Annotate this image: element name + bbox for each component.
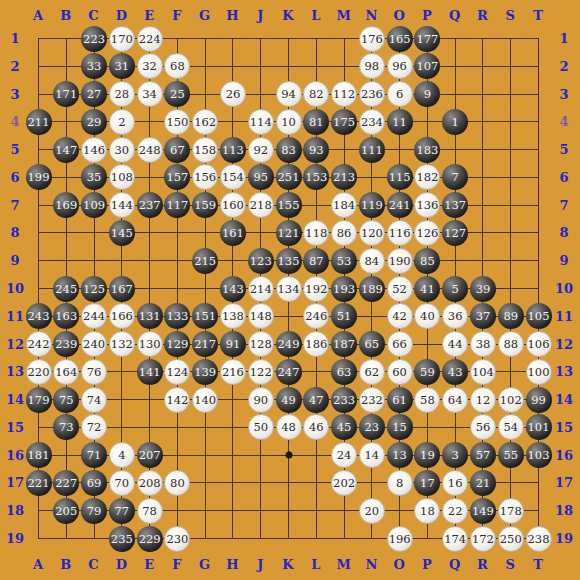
stone-p7: 136 <box>414 192 440 218</box>
stone-q18: 22 <box>442 498 468 524</box>
stone-o7: 241 <box>387 192 413 218</box>
stone-m17: 202 <box>331 470 357 496</box>
stone-e12: 130 <box>137 331 163 357</box>
stone-p6: 182 <box>414 164 440 190</box>
stone-g12: 217 <box>192 331 218 357</box>
stone-o6: 115 <box>387 164 413 190</box>
stone-t13: 100 <box>526 359 552 385</box>
stone-s19: 250 <box>498 526 524 552</box>
stone-j14: 90 <box>248 387 274 413</box>
stone-e2: 32 <box>137 53 163 79</box>
stone-n3: 236 <box>359 81 385 107</box>
stone-c15: 72 <box>81 414 107 440</box>
stone-h7: 160 <box>220 192 246 218</box>
stone-p18: 18 <box>414 498 440 524</box>
coord-label-d: D <box>116 557 127 572</box>
stone-n13: 62 <box>359 359 385 385</box>
stone-k13: 247 <box>276 359 302 385</box>
stone-c5: 146 <box>81 137 107 163</box>
stone-h11: 138 <box>220 303 246 329</box>
stone-o12: 66 <box>387 331 413 357</box>
stone-o11: 42 <box>387 303 413 329</box>
stone-d2: 31 <box>109 53 135 79</box>
stone-n4: 234 <box>359 109 385 135</box>
stone-d6: 108 <box>109 164 135 190</box>
coord-label-13: 13 <box>555 364 573 379</box>
stone-p11: 40 <box>414 303 440 329</box>
stone-n10: 189 <box>359 276 385 302</box>
stone-a4: 211 <box>26 109 52 135</box>
stone-n2: 98 <box>359 53 385 79</box>
stone-l4: 81 <box>303 109 329 135</box>
stone-b18: 205 <box>53 498 79 524</box>
stone-e17: 208 <box>137 470 163 496</box>
stone-a6: 199 <box>26 164 52 190</box>
stone-g5: 158 <box>192 137 218 163</box>
coord-label-e: E <box>144 8 154 23</box>
stone-n5: 111 <box>359 137 385 163</box>
stone-k12: 249 <box>276 331 302 357</box>
coord-label-l: L <box>311 557 320 572</box>
stone-o19: 196 <box>387 526 413 552</box>
stone-c14: 74 <box>81 387 107 413</box>
stone-f4: 150 <box>164 109 190 135</box>
stone-e7: 237 <box>137 192 163 218</box>
stone-a11: 243 <box>26 303 52 329</box>
stone-e16: 207 <box>137 442 163 468</box>
stone-b5: 147 <box>53 137 79 163</box>
stone-h3: 26 <box>220 81 246 107</box>
stone-g4: 162 <box>192 109 218 135</box>
stone-m4: 175 <box>331 109 357 135</box>
stone-q7: 137 <box>442 192 468 218</box>
stone-k7: 155 <box>276 192 302 218</box>
stone-r18: 149 <box>470 498 496 524</box>
stone-g13: 139 <box>192 359 218 385</box>
coord-label-k: K <box>282 557 293 572</box>
stone-g9: 215 <box>192 248 218 274</box>
stone-h8: 161 <box>220 220 246 246</box>
stone-e11: 131 <box>137 303 163 329</box>
coord-label-o: O <box>393 8 404 23</box>
stone-f14: 142 <box>164 387 190 413</box>
stone-n18: 20 <box>359 498 385 524</box>
star-point-k16 <box>285 452 292 459</box>
stone-o2: 96 <box>387 53 413 79</box>
stone-l8: 118 <box>303 220 329 246</box>
stone-d17: 70 <box>109 470 135 496</box>
coord-label-p: P <box>422 8 432 23</box>
stone-b15: 73 <box>53 414 79 440</box>
stone-p10: 41 <box>414 276 440 302</box>
stone-t19: 238 <box>526 526 552 552</box>
stone-o1: 165 <box>387 26 413 52</box>
stone-j9: 123 <box>248 248 274 274</box>
coord-label-18: 18 <box>6 503 24 518</box>
coord-label-s: S <box>506 8 515 23</box>
stone-r16: 57 <box>470 442 496 468</box>
stone-l6: 153 <box>303 164 329 190</box>
stone-b14: 75 <box>53 387 79 413</box>
coord-label-4: 4 <box>559 114 568 129</box>
coord-label-l: L <box>311 8 320 23</box>
stone-a13: 220 <box>26 359 52 385</box>
stone-c17: 69 <box>81 470 107 496</box>
stone-a12: 242 <box>26 331 52 357</box>
stone-q8: 127 <box>442 220 468 246</box>
stone-b10: 245 <box>53 276 79 302</box>
stone-t15: 101 <box>526 414 552 440</box>
coord-label-k: K <box>282 8 293 23</box>
stone-m15: 45 <box>331 414 357 440</box>
stone-d10: 167 <box>109 276 135 302</box>
stone-m10: 193 <box>331 276 357 302</box>
coord-label-a: A <box>33 557 43 572</box>
coord-label-n: N <box>365 557 377 572</box>
stone-f2: 68 <box>164 53 190 79</box>
coord-label-6: 6 <box>559 169 568 184</box>
stone-m14: 233 <box>331 387 357 413</box>
stone-d18: 77 <box>109 498 135 524</box>
stone-f17: 80 <box>164 470 190 496</box>
coord-label-19: 19 <box>555 531 573 546</box>
coord-label-9: 9 <box>559 253 568 268</box>
coord-label-2: 2 <box>10 58 19 73</box>
coord-label-17: 17 <box>555 475 573 490</box>
coord-label-j: J <box>257 8 263 23</box>
coord-label-t: T <box>533 8 543 23</box>
stone-c1: 223 <box>81 26 107 52</box>
coord-label-7: 7 <box>10 197 19 212</box>
stone-b7: 169 <box>53 192 79 218</box>
coord-label-5: 5 <box>10 142 19 157</box>
coord-label-m: M <box>336 557 350 572</box>
stone-p1: 177 <box>414 26 440 52</box>
stone-m6: 213 <box>331 164 357 190</box>
go-board-diagram: AABBCCDDEEFFGGHHJJKKLLMMNNOOPPQQRRSSTT11… <box>0 0 580 580</box>
coord-label-15: 15 <box>555 419 573 434</box>
stone-q17: 16 <box>442 470 468 496</box>
coord-label-m: M <box>336 8 350 23</box>
stone-o15: 15 <box>387 414 413 440</box>
stone-n15: 23 <box>359 414 385 440</box>
stone-r12: 38 <box>470 331 496 357</box>
stone-e19: 229 <box>137 526 163 552</box>
stone-s14: 102 <box>498 387 524 413</box>
stone-f13: 124 <box>164 359 190 385</box>
stone-e5: 248 <box>137 137 163 163</box>
coord-label-s: S <box>506 557 515 572</box>
stone-q12: 44 <box>442 331 468 357</box>
coord-label-h: H <box>226 557 238 572</box>
stone-f3: 25 <box>164 81 190 107</box>
stone-f7: 117 <box>164 192 190 218</box>
stone-p13: 59 <box>414 359 440 385</box>
stone-f6: 157 <box>164 164 190 190</box>
stone-t11: 105 <box>526 303 552 329</box>
stone-k9: 135 <box>276 248 302 274</box>
stone-o9: 190 <box>387 248 413 274</box>
stone-o17: 8 <box>387 470 413 496</box>
coord-label-o: O <box>393 557 404 572</box>
coord-label-11: 11 <box>555 308 573 323</box>
stone-k10: 134 <box>276 276 302 302</box>
coord-label-14: 14 <box>555 392 573 407</box>
stone-e13: 141 <box>137 359 163 385</box>
stone-j11: 148 <box>248 303 274 329</box>
stone-p8: 126 <box>414 220 440 246</box>
stone-k5: 83 <box>276 137 302 163</box>
coord-label-3: 3 <box>559 86 568 101</box>
stone-r15: 56 <box>470 414 496 440</box>
stone-o13: 60 <box>387 359 413 385</box>
stone-m11: 51 <box>331 303 357 329</box>
stone-p17: 17 <box>414 470 440 496</box>
coord-label-g: G <box>199 8 210 23</box>
coord-label-r: R <box>477 8 488 23</box>
coord-label-10: 10 <box>6 281 24 296</box>
stone-l10: 192 <box>303 276 329 302</box>
coord-label-t: T <box>533 557 543 572</box>
stone-n9: 84 <box>359 248 385 274</box>
stone-o14: 61 <box>387 387 413 413</box>
stone-q11: 36 <box>442 303 468 329</box>
coord-label-c: C <box>88 557 98 572</box>
coord-label-8: 8 <box>559 225 568 240</box>
stone-l11: 246 <box>303 303 329 329</box>
stone-d16: 4 <box>109 442 135 468</box>
stone-c7: 109 <box>81 192 107 218</box>
stone-r17: 21 <box>470 470 496 496</box>
stone-o10: 52 <box>387 276 413 302</box>
coord-label-8: 8 <box>10 225 19 240</box>
coord-label-1: 1 <box>559 31 568 46</box>
coord-label-2: 2 <box>559 58 568 73</box>
stone-l15: 46 <box>303 414 329 440</box>
stone-h12: 91 <box>220 331 246 357</box>
stone-d5: 30 <box>109 137 135 163</box>
coord-label-c: C <box>88 8 98 23</box>
stone-j4: 114 <box>248 109 274 135</box>
coord-label-18: 18 <box>555 503 573 518</box>
stone-q6: 7 <box>442 164 468 190</box>
stone-n8: 120 <box>359 220 385 246</box>
stone-p5: 183 <box>414 137 440 163</box>
stone-f11: 133 <box>164 303 190 329</box>
stone-o16: 13 <box>387 442 413 468</box>
stone-n1: 176 <box>359 26 385 52</box>
stone-m9: 53 <box>331 248 357 274</box>
stone-f5: 67 <box>164 137 190 163</box>
stone-h6: 154 <box>220 164 246 190</box>
stone-l5: 93 <box>303 137 329 163</box>
stone-c4: 29 <box>81 109 107 135</box>
stone-t12: 106 <box>526 331 552 357</box>
stone-d4: 2 <box>109 109 135 135</box>
stone-a17: 221 <box>26 470 52 496</box>
stone-j10: 214 <box>248 276 274 302</box>
stone-r19: 172 <box>470 526 496 552</box>
stone-s18: 178 <box>498 498 524 524</box>
stone-m12: 187 <box>331 331 357 357</box>
coord-label-16: 16 <box>6 447 24 462</box>
coord-label-16: 16 <box>555 447 573 462</box>
stone-m13: 63 <box>331 359 357 385</box>
coord-label-g: G <box>199 557 210 572</box>
stone-d19: 235 <box>109 526 135 552</box>
coord-label-6: 6 <box>10 169 19 184</box>
stone-f19: 230 <box>164 526 190 552</box>
coord-label-1: 1 <box>10 31 19 46</box>
stone-c10: 125 <box>81 276 107 302</box>
stone-c16: 71 <box>81 442 107 468</box>
stone-d7: 144 <box>109 192 135 218</box>
stone-j13: 122 <box>248 359 274 385</box>
coord-label-12: 12 <box>555 336 573 351</box>
stone-g14: 140 <box>192 387 218 413</box>
coord-label-12: 12 <box>6 336 24 351</box>
stone-l9: 87 <box>303 248 329 274</box>
coord-label-n: N <box>365 8 377 23</box>
stone-k3: 94 <box>276 81 302 107</box>
stone-b17: 227 <box>53 470 79 496</box>
coord-label-f: F <box>172 557 181 572</box>
coord-label-19: 19 <box>6 531 24 546</box>
stone-s11: 89 <box>498 303 524 329</box>
stone-q4: 1 <box>442 109 468 135</box>
stone-k15: 48 <box>276 414 302 440</box>
stone-m8: 86 <box>331 220 357 246</box>
stone-h13: 216 <box>220 359 246 385</box>
stone-e3: 34 <box>137 81 163 107</box>
stone-b13: 164 <box>53 359 79 385</box>
stone-o4: 11 <box>387 109 413 135</box>
coord-label-f: F <box>172 8 181 23</box>
stone-j12: 128 <box>248 331 274 357</box>
stone-q19: 174 <box>442 526 468 552</box>
coord-label-17: 17 <box>6 475 24 490</box>
stone-j15: 50 <box>248 414 274 440</box>
stone-q13: 43 <box>442 359 468 385</box>
stone-k8: 121 <box>276 220 302 246</box>
coord-label-10: 10 <box>555 281 573 296</box>
stone-r10: 39 <box>470 276 496 302</box>
stone-q14: 64 <box>442 387 468 413</box>
stone-p9: 85 <box>414 248 440 274</box>
stone-a14: 179 <box>26 387 52 413</box>
coord-label-r: R <box>477 557 488 572</box>
stone-q16: 3 <box>442 442 468 468</box>
coord-label-q: Q <box>449 8 460 23</box>
stone-r11: 37 <box>470 303 496 329</box>
stone-e18: 78 <box>137 498 163 524</box>
stone-c6: 35 <box>81 164 107 190</box>
coord-label-q: Q <box>449 557 460 572</box>
coord-label-15: 15 <box>6 419 24 434</box>
stone-m3: 112 <box>331 81 357 107</box>
stone-b11: 163 <box>53 303 79 329</box>
coord-label-a: A <box>33 8 43 23</box>
stone-c12: 240 <box>81 331 107 357</box>
coord-label-j: J <box>257 557 263 572</box>
stone-o3: 6 <box>387 81 413 107</box>
coord-label-14: 14 <box>6 392 24 407</box>
stone-c2: 33 <box>81 53 107 79</box>
stone-n16: 14 <box>359 442 385 468</box>
stone-d1: 170 <box>109 26 135 52</box>
coord-label-13: 13 <box>6 364 24 379</box>
stone-p16: 19 <box>414 442 440 468</box>
stone-l12: 186 <box>303 331 329 357</box>
stone-e1: 224 <box>137 26 163 52</box>
stone-c11: 244 <box>81 303 107 329</box>
stone-t14: 99 <box>526 387 552 413</box>
stone-l14: 47 <box>303 387 329 413</box>
stone-d11: 166 <box>109 303 135 329</box>
stone-f12: 129 <box>164 331 190 357</box>
stone-n12: 65 <box>359 331 385 357</box>
stone-b12: 239 <box>53 331 79 357</box>
stone-m7: 184 <box>331 192 357 218</box>
stone-k4: 10 <box>276 109 302 135</box>
coord-label-b: B <box>60 8 71 23</box>
stone-h5: 113 <box>220 137 246 163</box>
coord-label-9: 9 <box>10 253 19 268</box>
stone-j6: 95 <box>248 164 274 190</box>
stone-r14: 12 <box>470 387 496 413</box>
stone-p14: 58 <box>414 387 440 413</box>
coord-label-11: 11 <box>6 308 24 323</box>
coord-label-4: 4 <box>10 114 19 129</box>
stone-s12: 88 <box>498 331 524 357</box>
stone-p2: 107 <box>414 53 440 79</box>
stone-p3: 9 <box>414 81 440 107</box>
stone-n7: 119 <box>359 192 385 218</box>
coord-label-h: H <box>226 8 238 23</box>
stone-g6: 156 <box>192 164 218 190</box>
stone-j7: 218 <box>248 192 274 218</box>
coord-label-p: P <box>422 557 432 572</box>
coord-label-e: E <box>144 557 154 572</box>
stone-g7: 159 <box>192 192 218 218</box>
stone-o8: 116 <box>387 220 413 246</box>
stone-h10: 143 <box>220 276 246 302</box>
stone-d12: 132 <box>109 331 135 357</box>
stone-l3: 82 <box>303 81 329 107</box>
stone-k14: 49 <box>276 387 302 413</box>
stone-a16: 181 <box>26 442 52 468</box>
stone-c13: 76 <box>81 359 107 385</box>
stone-s15: 54 <box>498 414 524 440</box>
stone-n14: 232 <box>359 387 385 413</box>
stone-j5: 92 <box>248 137 274 163</box>
stone-g11: 151 <box>192 303 218 329</box>
stone-d8: 145 <box>109 220 135 246</box>
stone-t16: 103 <box>526 442 552 468</box>
stone-s16: 55 <box>498 442 524 468</box>
stone-d3: 28 <box>109 81 135 107</box>
coord-label-d: D <box>116 8 127 23</box>
coord-label-b: B <box>60 557 71 572</box>
stone-m16: 24 <box>331 442 357 468</box>
stone-q10: 5 <box>442 276 468 302</box>
coord-label-7: 7 <box>559 197 568 212</box>
stone-c3: 27 <box>81 81 107 107</box>
stone-r13: 104 <box>470 359 496 385</box>
stone-c18: 79 <box>81 498 107 524</box>
coord-label-3: 3 <box>10 86 19 101</box>
coord-label-5: 5 <box>559 142 568 157</box>
